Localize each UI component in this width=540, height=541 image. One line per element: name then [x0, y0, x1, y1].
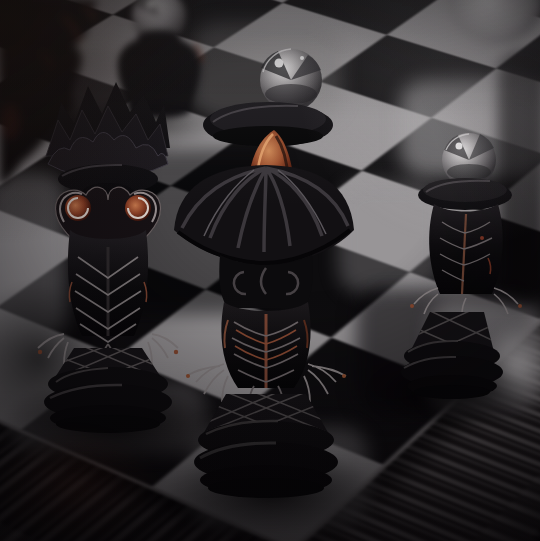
chess-photo-scene [0, 0, 540, 541]
corner-shadow-overlay [0, 0, 540, 541]
